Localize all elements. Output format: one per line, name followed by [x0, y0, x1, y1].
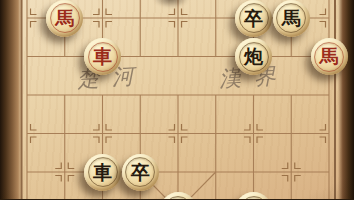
piece-ring — [163, 196, 193, 200]
xiangqi-piece-black-卒[interactable]: 卒 — [122, 154, 159, 191]
xiangqi-board-scene: 楚河 漢界 馬卒馬車炮馬車卒 — [0, 0, 354, 199]
piece-glyph: 車 — [93, 47, 112, 66]
piece-glyph: 卒 — [131, 163, 150, 182]
xiangqi-piece-red-車[interactable]: 車 — [84, 38, 121, 75]
piece-glyph: 炮 — [244, 47, 263, 66]
piece-glyph: 馬 — [320, 47, 339, 66]
board-right-edge — [338, 0, 354, 199]
piece-glyph: 馬 — [55, 9, 74, 28]
piece-glyph: 馬 — [282, 9, 301, 28]
xiangqi-piece-black-卒[interactable]: 卒 — [235, 0, 272, 37]
xiangqi-piece-black-炮[interactable]: 炮 — [235, 38, 272, 75]
piece-ring — [239, 196, 269, 200]
board-left-edge — [0, 0, 22, 199]
xiangqi-piece-black-馬[interactable]: 馬 — [273, 0, 310, 37]
xiangqi-piece-red-馬[interactable]: 馬 — [311, 38, 348, 75]
piece-glyph: 卒 — [244, 9, 263, 28]
xiangqi-piece-red-馬[interactable]: 馬 — [46, 0, 83, 37]
xiangqi-piece-black-車[interactable]: 車 — [84, 154, 121, 191]
piece-glyph: 車 — [93, 163, 112, 182]
